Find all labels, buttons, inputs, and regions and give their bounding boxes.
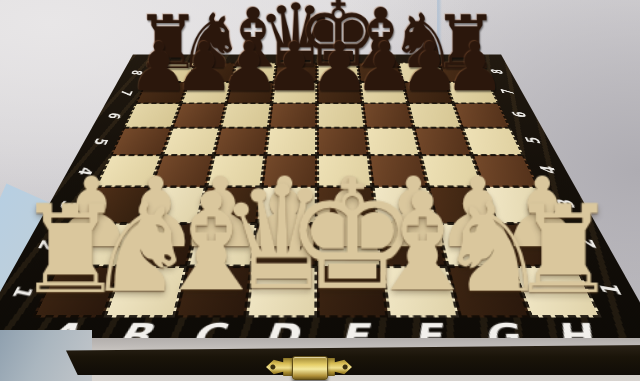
rank-label-text: 6: [105, 112, 124, 118]
chess-board: 8♜♞♝♛♚♝♞♜87♟♟♟♟♟♟♟♟7665544332♟♟♟♟♟♟♟♟21♜…: [0, 55, 640, 357]
brass-clasp-icon: [266, 356, 352, 378]
rank-label-text: 5: [90, 138, 111, 145]
white-rook[interactable]: ♜: [509, 189, 618, 311]
chess-set-photo: 8♜♞♝♛♚♝♞♜87♟♟♟♟♟♟♟♟7665544332♟♟♟♟♟♟♟♟21♜…: [0, 0, 640, 381]
black-pawn[interactable]: ♟: [445, 33, 506, 101]
square-b6[interactable]: [172, 103, 226, 127]
square-c5[interactable]: [214, 128, 269, 156]
square-b5[interactable]: [162, 128, 220, 156]
square-h1[interactable]: ♜: [512, 266, 602, 317]
square-c6[interactable]: [220, 103, 271, 127]
rank-label-text: 6: [510, 112, 529, 118]
square-d6[interactable]: [269, 103, 317, 127]
square-h7[interactable]: ♟: [446, 82, 499, 103]
clasp-keeper: [292, 356, 328, 380]
square-a6[interactable]: [124, 103, 181, 127]
rank-label-right-6: 6: [499, 103, 542, 127]
square-e6[interactable]: [317, 103, 365, 127]
rank-label-text: 5: [523, 138, 544, 145]
square-f6[interactable]: [362, 103, 413, 127]
